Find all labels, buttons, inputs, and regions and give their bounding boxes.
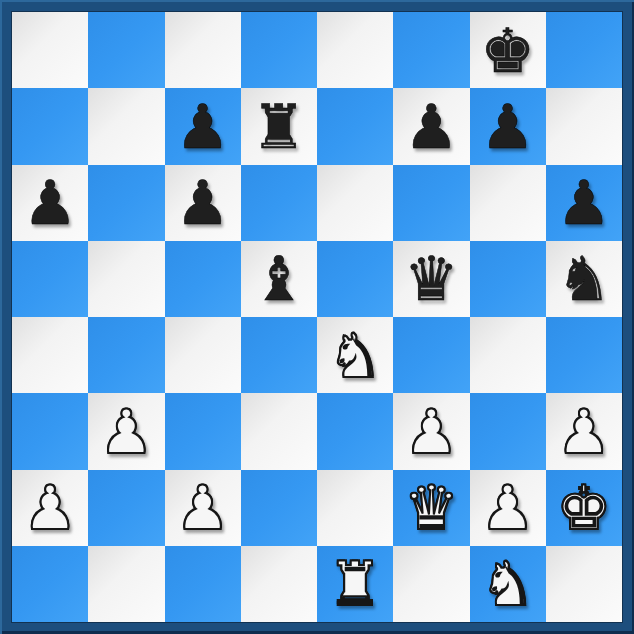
square-e6[interactable] [317,165,393,241]
square-f5[interactable]: ♛ [393,241,469,317]
piece-white-pawn[interactable]: ♟ [23,477,78,538]
piece-black-rook[interactable]: ♜ [252,96,307,157]
piece-white-pawn[interactable]: ♟ [99,401,154,462]
square-a4[interactable] [12,317,88,393]
piece-white-pawn[interactable]: ♟ [480,477,535,538]
square-h8[interactable] [546,12,622,88]
board-frame: ♚♟♜♟♟♟♟♟♝♛♞♞♟♟♟♟♟♛♟♚♜♞ [0,0,634,634]
square-h1[interactable] [546,546,622,622]
square-g7[interactable]: ♟ [470,88,546,164]
chess-board: ♚♟♜♟♟♟♟♟♝♛♞♞♟♟♟♟♟♛♟♚♜♞ [12,12,622,622]
square-d3[interactable] [241,393,317,469]
piece-white-rook[interactable]: ♜ [328,553,383,614]
square-d5[interactable]: ♝ [241,241,317,317]
square-f4[interactable] [393,317,469,393]
square-c6[interactable]: ♟ [165,165,241,241]
square-f3[interactable]: ♟ [393,393,469,469]
piece-white-queen[interactable]: ♛ [404,477,459,538]
square-e8[interactable] [317,12,393,88]
square-b3[interactable]: ♟ [88,393,164,469]
square-c1[interactable] [165,546,241,622]
square-a2[interactable]: ♟ [12,470,88,546]
square-a5[interactable] [12,241,88,317]
square-d6[interactable] [241,165,317,241]
square-b1[interactable] [88,546,164,622]
piece-white-pawn[interactable]: ♟ [404,401,459,462]
square-c4[interactable] [165,317,241,393]
piece-white-pawn[interactable]: ♟ [175,477,230,538]
square-a8[interactable] [12,12,88,88]
piece-black-king[interactable]: ♚ [480,20,535,81]
square-g3[interactable] [470,393,546,469]
square-h2[interactable]: ♚ [546,470,622,546]
piece-white-knight[interactable]: ♞ [328,325,383,386]
square-b7[interactable] [88,88,164,164]
piece-black-pawn[interactable]: ♟ [23,172,78,233]
square-a3[interactable] [12,393,88,469]
square-c3[interactable] [165,393,241,469]
square-a7[interactable] [12,88,88,164]
square-c2[interactable]: ♟ [165,470,241,546]
square-d4[interactable] [241,317,317,393]
square-e3[interactable] [317,393,393,469]
square-d2[interactable] [241,470,317,546]
square-e4[interactable]: ♞ [317,317,393,393]
square-b8[interactable] [88,12,164,88]
square-g2[interactable]: ♟ [470,470,546,546]
square-e1[interactable]: ♜ [317,546,393,622]
piece-black-bishop[interactable]: ♝ [252,248,307,309]
square-b6[interactable] [88,165,164,241]
piece-white-pawn[interactable]: ♟ [557,401,612,462]
square-h6[interactable]: ♟ [546,165,622,241]
square-c5[interactable] [165,241,241,317]
square-g6[interactable] [470,165,546,241]
piece-white-knight[interactable]: ♞ [480,553,535,614]
square-e7[interactable] [317,88,393,164]
square-d8[interactable] [241,12,317,88]
square-f8[interactable] [393,12,469,88]
square-f2[interactable]: ♛ [393,470,469,546]
piece-white-king[interactable]: ♚ [557,477,612,538]
square-c7[interactable]: ♟ [165,88,241,164]
piece-black-queen[interactable]: ♛ [404,248,459,309]
piece-black-pawn[interactable]: ♟ [404,96,459,157]
square-d1[interactable] [241,546,317,622]
square-h4[interactable] [546,317,622,393]
square-b4[interactable] [88,317,164,393]
square-e5[interactable] [317,241,393,317]
square-h3[interactable]: ♟ [546,393,622,469]
piece-black-pawn[interactable]: ♟ [175,172,230,233]
square-g8[interactable]: ♚ [470,12,546,88]
square-e2[interactable] [317,470,393,546]
square-g1[interactable]: ♞ [470,546,546,622]
piece-black-pawn[interactable]: ♟ [557,172,612,233]
square-c8[interactable] [165,12,241,88]
square-a6[interactable]: ♟ [12,165,88,241]
square-g5[interactable] [470,241,546,317]
square-b5[interactable] [88,241,164,317]
square-f7[interactable]: ♟ [393,88,469,164]
square-a1[interactable] [12,546,88,622]
square-b2[interactable] [88,470,164,546]
piece-black-pawn[interactable]: ♟ [480,96,535,157]
piece-black-pawn[interactable]: ♟ [175,96,230,157]
square-g4[interactable] [470,317,546,393]
square-h5[interactable]: ♞ [546,241,622,317]
square-h7[interactable] [546,88,622,164]
piece-black-knight[interactable]: ♞ [557,248,612,309]
square-f1[interactable] [393,546,469,622]
square-d7[interactable]: ♜ [241,88,317,164]
square-f6[interactable] [393,165,469,241]
